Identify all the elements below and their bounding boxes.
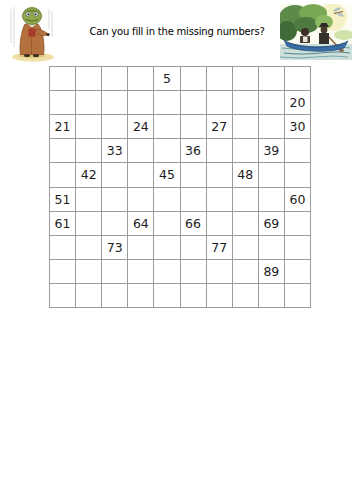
grid-cell-r1c1-blank[interactable] bbox=[50, 67, 76, 91]
grid-cell-r7c4-given: 64 bbox=[128, 212, 154, 236]
grid-cell-r6c8-blank[interactable] bbox=[233, 188, 259, 212]
grid-cell-r3c6-blank[interactable] bbox=[181, 115, 207, 139]
grid-cell-r8c3-given: 73 bbox=[102, 236, 128, 260]
grid-cell-r3c5-blank[interactable] bbox=[154, 115, 180, 139]
grid-cell-r7c3-blank[interactable] bbox=[102, 212, 128, 236]
grid-cell-r10c3-blank[interactable] bbox=[102, 284, 128, 308]
grid-cell-r1c4-blank[interactable] bbox=[128, 67, 154, 91]
grid-cell-r10c5-blank[interactable] bbox=[154, 284, 180, 308]
grid-cell-r8c1-blank[interactable] bbox=[50, 236, 76, 260]
grid-cell-r5c3-blank[interactable] bbox=[102, 163, 128, 187]
grid-cell-r4c4-blank[interactable] bbox=[128, 139, 154, 163]
grid-cell-r4c7-blank[interactable] bbox=[207, 139, 233, 163]
grid-cell-r4c3-given: 33 bbox=[102, 139, 128, 163]
grid-cell-r4c10-blank[interactable] bbox=[285, 139, 311, 163]
boat-illustration bbox=[280, 4, 352, 60]
grid-cell-r2c7-blank[interactable] bbox=[207, 91, 233, 115]
grid-cell-r2c9-blank[interactable] bbox=[259, 91, 285, 115]
grid-cell-r2c6-blank[interactable] bbox=[181, 91, 207, 115]
grid-cell-r6c2-blank[interactable] bbox=[76, 188, 102, 212]
grid-cell-r9c4-blank[interactable] bbox=[128, 260, 154, 284]
worksheet-title: Can you fill in the missing numbers? bbox=[89, 26, 264, 37]
grid-cell-r6c10-given: 60 bbox=[285, 188, 311, 212]
toad-foot-right bbox=[33, 54, 39, 57]
grid-cell-r9c8-blank[interactable] bbox=[233, 260, 259, 284]
grid-cell-r1c3-blank[interactable] bbox=[102, 67, 128, 91]
grid-cell-r1c7-blank[interactable] bbox=[207, 67, 233, 91]
toad-foot-left bbox=[24, 54, 30, 57]
grid-cell-r5c1-blank[interactable] bbox=[50, 163, 76, 187]
grid-cell-r2c1-blank[interactable] bbox=[50, 91, 76, 115]
grid-cell-r8c4-blank[interactable] bbox=[128, 236, 154, 260]
grid-cell-r5c7-blank[interactable] bbox=[207, 163, 233, 187]
grid-cell-r4c2-blank[interactable] bbox=[76, 139, 102, 163]
grid-cell-r4c9-given: 39 bbox=[259, 139, 285, 163]
grid-cell-r3c2-blank[interactable] bbox=[76, 115, 102, 139]
toad-hand bbox=[46, 33, 49, 36]
grid-cell-r2c5-blank[interactable] bbox=[154, 91, 180, 115]
grid-cell-r9c9-given: 89 bbox=[259, 260, 285, 284]
grid-cell-r1c8-blank[interactable] bbox=[233, 67, 259, 91]
grid-cell-r2c3-blank[interactable] bbox=[102, 91, 128, 115]
grid-cell-r7c10-blank[interactable] bbox=[285, 212, 311, 236]
grid-cell-r10c6-blank[interactable] bbox=[181, 284, 207, 308]
grid-cell-r6c6-blank[interactable] bbox=[181, 188, 207, 212]
toad-illustration bbox=[8, 3, 57, 63]
grid-cell-r7c2-blank[interactable] bbox=[76, 212, 102, 236]
grid-cell-r5c10-blank[interactable] bbox=[285, 163, 311, 187]
grid-cell-r1c9-blank[interactable] bbox=[259, 67, 285, 91]
grid-cell-r10c4-blank[interactable] bbox=[128, 284, 154, 308]
grid-cell-r2c10-given: 20 bbox=[285, 91, 311, 115]
grid-cell-r4c1-blank[interactable] bbox=[50, 139, 76, 163]
grid-cell-r6c4-blank[interactable] bbox=[128, 188, 154, 212]
grid-cell-r9c5-blank[interactable] bbox=[154, 260, 180, 284]
grid-cell-r2c8-blank[interactable] bbox=[233, 91, 259, 115]
grid-cell-r7c7-blank[interactable] bbox=[207, 212, 233, 236]
grid-cell-r10c1-blank[interactable] bbox=[50, 284, 76, 308]
grid-cell-r4c8-blank[interactable] bbox=[233, 139, 259, 163]
grid-cell-r7c1-given: 61 bbox=[50, 212, 76, 236]
grid-cell-r7c6-given: 66 bbox=[181, 212, 207, 236]
grid-cell-r8c6-blank[interactable] bbox=[181, 236, 207, 260]
grid-cell-r9c1-blank[interactable] bbox=[50, 260, 76, 284]
grid-cell-r1c5-given: 5 bbox=[154, 67, 180, 91]
rat-head bbox=[321, 27, 328, 34]
worksheet-page: Can you fill in the missing numbers? 520… bbox=[0, 0, 354, 500]
grid-cell-r8c9-blank[interactable] bbox=[259, 236, 285, 260]
grid-cell-r3c7-given: 27 bbox=[207, 115, 233, 139]
grid-cell-r8c5-blank[interactable] bbox=[154, 236, 180, 260]
grid-cell-r6c1-given: 51 bbox=[50, 188, 76, 212]
grid-cell-r3c10-given: 30 bbox=[285, 115, 311, 139]
grid-cell-r9c7-blank[interactable] bbox=[207, 260, 233, 284]
grid-cell-r5c8-given: 48 bbox=[233, 163, 259, 187]
grid-cell-r6c7-blank[interactable] bbox=[207, 188, 233, 212]
grid-cell-r3c9-blank[interactable] bbox=[259, 115, 285, 139]
grid-cell-r3c1-given: 21 bbox=[50, 115, 76, 139]
grid-cell-r3c4-given: 24 bbox=[128, 115, 154, 139]
grid-cell-r2c4-blank[interactable] bbox=[128, 91, 154, 115]
grid-cell-r5c6-blank[interactable] bbox=[181, 163, 207, 187]
grid-cell-r6c3-blank[interactable] bbox=[102, 188, 128, 212]
grid-cell-r6c5-blank[interactable] bbox=[154, 188, 180, 212]
grid-cell-r3c3-blank[interactable] bbox=[102, 115, 128, 139]
grid-cell-r1c6-blank[interactable] bbox=[181, 67, 207, 91]
grid-cell-r8c7-given: 77 bbox=[207, 236, 233, 260]
number-grid: 5202124273033363942454851606164666973778… bbox=[49, 66, 311, 308]
grid-cell-r9c3-blank[interactable] bbox=[102, 260, 128, 284]
grid-cell-r1c2-blank[interactable] bbox=[76, 67, 102, 91]
grid-cell-r8c2-blank[interactable] bbox=[76, 236, 102, 260]
mole-head bbox=[301, 28, 309, 36]
grid-cell-r8c10-blank[interactable] bbox=[285, 236, 311, 260]
grid-cell-r10c10-blank[interactable] bbox=[285, 284, 311, 308]
grid-cell-r4c6-given: 36 bbox=[181, 139, 207, 163]
grid-cell-r10c8-blank[interactable] bbox=[233, 284, 259, 308]
grid-cell-r2c2-blank[interactable] bbox=[76, 91, 102, 115]
grid-cell-r7c5-blank[interactable] bbox=[154, 212, 180, 236]
grid-cell-r6c9-blank[interactable] bbox=[259, 188, 285, 212]
grid-cell-r5c5-given: 45 bbox=[154, 163, 180, 187]
grid-cell-r5c2-given: 42 bbox=[76, 163, 102, 187]
rat-body bbox=[319, 33, 329, 44]
grid-cell-r9c10-blank[interactable] bbox=[285, 260, 311, 284]
grid-cell-r9c2-blank[interactable] bbox=[76, 260, 102, 284]
grid-cell-r1c10-blank[interactable] bbox=[285, 67, 311, 91]
grid-cell-r8c8-blank[interactable] bbox=[233, 236, 259, 260]
mole-shirt bbox=[303, 37, 308, 43]
grid-cell-r3c8-blank[interactable] bbox=[233, 115, 259, 139]
grid-cell-r7c9-given: 69 bbox=[259, 212, 285, 236]
grid-cell-r10c7-blank[interactable] bbox=[207, 284, 233, 308]
grid-cell-r10c9-blank[interactable] bbox=[259, 284, 285, 308]
toad-waistcoat bbox=[29, 29, 36, 37]
grid-cell-r5c9-blank[interactable] bbox=[259, 163, 285, 187]
grid-cell-r5c4-blank[interactable] bbox=[128, 163, 154, 187]
grid-cell-r7c8-blank[interactable] bbox=[233, 212, 259, 236]
grid-cell-r4c5-blank[interactable] bbox=[154, 139, 180, 163]
grid-cell-r9c6-blank[interactable] bbox=[181, 260, 207, 284]
grid-cell-r10c2-blank[interactable] bbox=[76, 284, 102, 308]
